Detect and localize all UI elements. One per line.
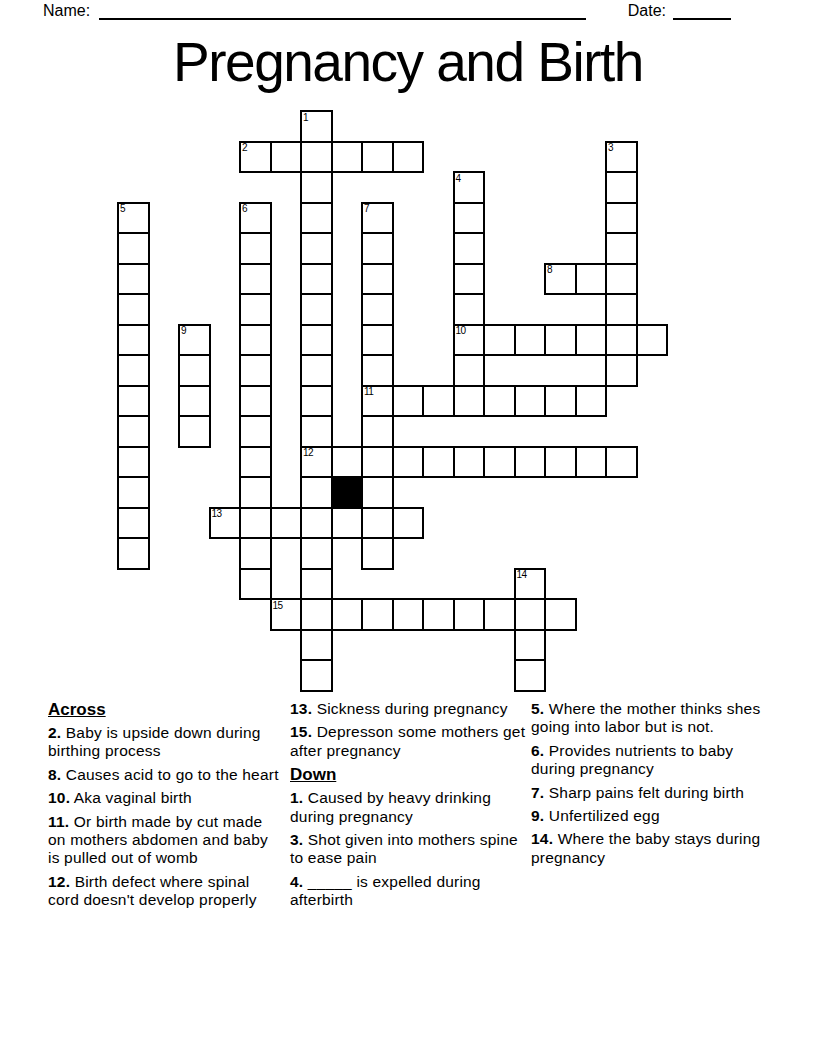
crossword-cell[interactable] [300, 629, 333, 662]
crossword-cell[interactable] [331, 598, 364, 631]
crossword-cell[interactable] [361, 232, 394, 265]
crossword-cell[interactable] [361, 476, 394, 509]
clue-text: Baby is upside down during birthing proc… [48, 724, 261, 759]
clue-number-6: 6 [242, 204, 247, 214]
clue-number-15: 15 [273, 601, 283, 611]
crossword-cell[interactable] [605, 232, 638, 265]
date-fill-line[interactable] [673, 2, 731, 20]
clue-text: Depresson some mothers get after pregnan… [290, 723, 525, 758]
clue-number-label: 3. [290, 831, 303, 848]
clue-down-4: 4. _____ is expelled during afterbirth [290, 873, 530, 910]
clue-number-13: 13 [212, 509, 222, 519]
clue-across-10: 10. Aka vaginal birth [48, 789, 280, 807]
clue-number-7: 7 [364, 204, 369, 214]
crossword-cell[interactable] [178, 385, 211, 418]
clue-number-label: 11. [48, 813, 69, 830]
date-label: Date: [628, 1, 666, 20]
crossword-cell[interactable] [239, 293, 272, 326]
crossword-cell[interactable] [453, 598, 486, 631]
clue-number-14: 14 [517, 570, 527, 580]
crossword-cell[interactable] [514, 629, 547, 662]
crossword-cell[interactable] [483, 446, 516, 479]
crossword-cell[interactable] [117, 476, 150, 509]
crossword-cell[interactable] [117, 385, 150, 418]
crossword-cell[interactable] [331, 446, 364, 479]
crossword-cell[interactable] [422, 385, 455, 418]
crossword-cell[interactable] [300, 385, 333, 418]
clue-across-12: 12. Birth defect where spinal cord doesn… [48, 873, 280, 910]
clue-number-12: 12 [303, 448, 313, 458]
clue-number-10: 10 [456, 326, 466, 336]
clue-text: Where the baby stays during pregnancy [531, 830, 760, 865]
clue-text: Aka vaginal birth [70, 789, 192, 806]
clue-text: Or birth made by cut made on mothers abd… [48, 813, 268, 867]
crossword-cell[interactable] [239, 324, 272, 357]
crossword-cell[interactable] [544, 385, 577, 418]
clue-across-13: 13. Sickness during pregnancy [290, 700, 530, 718]
clue-number-label: 13. [290, 700, 312, 717]
clue-text: Sharp pains felt during birth [544, 784, 744, 801]
clue-down-6: 6. Provides nutrients to baby during pre… [531, 742, 779, 779]
crossword-cell[interactable] [239, 263, 272, 296]
crossword-cell[interactable] [483, 598, 516, 631]
clue-number-9: 9 [181, 326, 186, 336]
crossword-cell[interactable] [392, 385, 425, 418]
crossword-cell[interactable] [117, 507, 150, 540]
crossword-cell[interactable] [453, 293, 486, 326]
crossword-cell[interactable] [605, 446, 638, 479]
name-date-row: Name: Date: [43, 1, 731, 20]
clue-text: Birth defect where spinal cord doesn't d… [48, 873, 257, 908]
crossword-cell[interactable] [605, 354, 638, 387]
crossword-cell[interactable] [117, 354, 150, 387]
crossword-cell[interactable] [392, 507, 425, 540]
crossword-cell[interactable] [361, 598, 394, 631]
clue-down-5: 5. Where the mother thinks shes going in… [531, 700, 779, 737]
crossword-cell[interactable] [117, 263, 150, 296]
crossword-cell[interactable] [117, 232, 150, 265]
crossword-cell[interactable] [575, 324, 608, 357]
crossword-cell[interactable] [453, 263, 486, 296]
crossword-cell[interactable] [514, 385, 547, 418]
crossword-cell[interactable] [575, 263, 608, 296]
clue-number-11: 11 [364, 387, 373, 397]
crossword-cell[interactable] [453, 354, 486, 387]
clue-number-label: 15. [290, 723, 312, 740]
crossword-cell[interactable] [117, 293, 150, 326]
crossword-cell[interactable] [239, 568, 272, 601]
crossword-cell[interactable] [361, 415, 394, 448]
clue-text: _____ is expelled during afterbirth [290, 873, 481, 908]
crossword-cell[interactable] [544, 598, 577, 631]
crossword-cell[interactable] [605, 171, 638, 204]
crossword-cell[interactable] [453, 446, 486, 479]
crossword-cell[interactable] [239, 476, 272, 509]
crossword-cell[interactable] [605, 293, 638, 326]
crossword-cell[interactable] [300, 659, 333, 692]
crossword-cell[interactable] [300, 232, 333, 265]
name-fill-line[interactable] [99, 2, 586, 20]
crossword-cell[interactable] [605, 263, 638, 296]
crossword-grid: 123456789101112131415 [117, 110, 669, 692]
crossword-cell[interactable] [300, 171, 333, 204]
clue-across-8: 8. Causes acid to go to the heart [48, 766, 280, 784]
clue-number-4: 4 [456, 174, 461, 184]
crossword-cell[interactable] [483, 385, 516, 418]
crossword-cell[interactable] [361, 141, 394, 174]
crossword-cell[interactable] [239, 354, 272, 387]
crossword-cell[interactable] [300, 202, 333, 235]
crossword-cell[interactable] [453, 202, 486, 235]
crossword-cell[interactable] [392, 141, 425, 174]
crossword-cell[interactable] [514, 324, 547, 357]
crossword-cell[interactable] [514, 598, 547, 631]
clue-text: Sickness during pregnancy [312, 700, 508, 717]
crossword-cell[interactable] [270, 507, 303, 540]
crossword-cell[interactable] [117, 446, 150, 479]
crossword-cell[interactable] [544, 446, 577, 479]
clue-number-label: 9. [531, 807, 544, 824]
crossword-cell[interactable] [239, 537, 272, 570]
clue-number-1: 1 [303, 113, 308, 123]
down-heading: Down [290, 765, 530, 784]
clue-number-label: 4. [290, 873, 303, 890]
crossword-cell[interactable] [361, 507, 394, 540]
clues-column-1: Across2. Baby is upside down during birt… [48, 700, 280, 915]
crossword-cell[interactable] [239, 446, 272, 479]
clue-number-label: 10. [48, 789, 70, 806]
clue-number-label: 12. [48, 873, 70, 890]
clue-text: Shot given into mothers spine to ease pa… [290, 831, 518, 866]
clue-text: Unfertilized egg [544, 807, 659, 824]
clue-across-2: 2. Baby is upside down during birthing p… [48, 724, 280, 761]
crossword-cell[interactable] [605, 202, 638, 235]
crossword-cell[interactable] [361, 324, 394, 357]
crossword-cell[interactable] [331, 507, 364, 540]
crossword-cell[interactable] [361, 293, 394, 326]
clue-text: Causes acid to go to the heart [61, 766, 278, 783]
clue-number-5: 5 [120, 204, 125, 214]
clue-text: Caused by heavy drinking during pregnanc… [290, 789, 491, 824]
crossword-cell[interactable] [300, 415, 333, 448]
clue-number-3: 3 [608, 143, 613, 153]
crossword-cell[interactable] [331, 141, 364, 174]
crossword-cell[interactable] [300, 537, 333, 570]
clue-number-label: 8. [48, 766, 61, 783]
crossword-cell[interactable] [300, 568, 333, 601]
crossword-cell[interactable] [300, 507, 333, 540]
across-heading: Across [48, 700, 280, 719]
crossword-cell[interactable] [483, 324, 516, 357]
crossword-cell[interactable] [239, 415, 272, 448]
crossword-cell[interactable] [575, 385, 608, 418]
clue-number-label: 5. [531, 700, 544, 717]
clue-number-2: 2 [242, 143, 247, 153]
clue-number-label: 6. [531, 742, 544, 759]
clue-text: Provides nutrients to baby during pregna… [531, 742, 733, 777]
clue-number-label: 2. [48, 724, 61, 741]
clue-number-label: 7. [531, 784, 544, 801]
crossword-cell[interactable] [361, 354, 394, 387]
clue-number-label: 1. [290, 789, 303, 806]
crossword-cell[interactable] [300, 263, 333, 296]
clue-number-label: 14. [531, 830, 553, 847]
crossword-cell[interactable] [605, 324, 638, 357]
crossword-cell[interactable] [361, 537, 394, 570]
clue-down-1: 1. Caused by heavy drinking during pregn… [290, 789, 530, 826]
crossword-cell[interactable] [239, 232, 272, 265]
crossword-cell[interactable] [514, 446, 547, 479]
crossword-cell[interactable] [117, 537, 150, 570]
name-label: Name: [43, 1, 90, 20]
crossword-cell[interactable] [300, 476, 333, 509]
crossword-cell[interactable] [117, 324, 150, 357]
crossword-cell[interactable] [392, 446, 425, 479]
crossword-cell[interactable] [392, 598, 425, 631]
crossword-cell[interactable] [361, 263, 394, 296]
crossword-cell[interactable] [422, 446, 455, 479]
crossword-cell[interactable] [117, 415, 150, 448]
clue-across-11: 11. Or birth made by cut made on mothers… [48, 813, 280, 868]
clue-across-15: 15. Depresson some mothers get after pre… [290, 723, 530, 760]
crossword-cell[interactable] [300, 293, 333, 326]
crossword-cell[interactable] [544, 324, 577, 357]
clue-down-3: 3. Shot given into mothers spine to ease… [290, 831, 530, 868]
worksheet-page: Name: Date: Pregnancy and Birth 12345678… [0, 0, 816, 1056]
crossword-cell[interactable] [300, 324, 333, 357]
crossword-cell[interactable] [514, 659, 547, 692]
crossword-cell[interactable] [300, 598, 333, 631]
crossword-cell[interactable] [239, 385, 272, 418]
crossword-cell[interactable] [422, 598, 455, 631]
blocked-cell [331, 476, 364, 509]
crossword-cell[interactable] [453, 232, 486, 265]
clues-column-2: 13. Sickness during pregnancy15. Depress… [290, 700, 530, 915]
clue-text: Where the mother thinks shes going into … [531, 700, 760, 735]
clues-column-3: 5. Where the mother thinks shes going in… [531, 700, 779, 872]
crossword-cell[interactable] [178, 354, 211, 387]
crossword-cell[interactable] [453, 385, 486, 418]
crossword-cell[interactable] [636, 324, 669, 357]
clue-down-14: 14. Where the baby stays during pregnanc… [531, 830, 779, 867]
crossword-cell[interactable] [300, 141, 333, 174]
crossword-cell[interactable] [239, 507, 272, 540]
clue-down-9: 9. Unfertilized egg [531, 807, 779, 825]
crossword-cell[interactable] [361, 446, 394, 479]
crossword-cell[interactable] [178, 415, 211, 448]
crossword-cell[interactable] [300, 354, 333, 387]
crossword-cell[interactable] [270, 141, 303, 174]
clue-down-7: 7. Sharp pains felt during birth [531, 784, 779, 802]
page-title: Pregnancy and Birth [0, 30, 816, 94]
clue-number-8: 8 [547, 265, 552, 275]
crossword-cell[interactable] [575, 446, 608, 479]
